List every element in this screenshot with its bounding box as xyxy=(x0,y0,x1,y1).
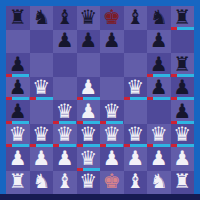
piece-white-rook: ♜ xyxy=(9,171,27,191)
piece-white-pawn: ♟ xyxy=(150,148,168,168)
square-h1[interactable]: ♜ xyxy=(171,171,195,195)
square-c6[interactable] xyxy=(53,53,77,77)
piece-black-bishop: ♝ xyxy=(56,7,74,27)
piece-black-pawn: ♟ xyxy=(150,77,168,97)
piece-white-pawn: ♟ xyxy=(32,148,50,168)
square-h2[interactable]: ♟ xyxy=(171,147,195,171)
piece-white-queen: ♛ xyxy=(56,124,74,144)
square-e1[interactable]: ♚ xyxy=(100,171,124,195)
piece-white-pawn: ♟ xyxy=(103,148,121,168)
square-c3[interactable]: ♛ xyxy=(53,124,77,148)
square-e6[interactable] xyxy=(100,53,124,77)
square-d1[interactable]: ♛ xyxy=(77,171,101,195)
square-d6[interactable] xyxy=(77,53,101,77)
square-c1[interactable]: ♝ xyxy=(53,171,77,195)
piece-white-queen: ♛ xyxy=(150,124,168,144)
piece-white-pawn: ♟ xyxy=(126,148,144,168)
square-f8[interactable]: ♝ xyxy=(124,6,148,30)
square-b7[interactable] xyxy=(30,30,54,54)
piece-black-bishop: ♝ xyxy=(126,7,144,27)
square-a3[interactable]: ♛ xyxy=(6,124,30,148)
piece-black-pawn: ♟ xyxy=(9,77,27,97)
square-b1[interactable]: ♞ xyxy=(30,171,54,195)
piece-black-pawn: ♟ xyxy=(79,30,97,50)
piece-black-rook: ♜ xyxy=(173,54,191,74)
square-b8[interactable]: ♞ xyxy=(30,6,54,30)
piece-black-pawn: ♟ xyxy=(56,30,74,50)
square-d2[interactable]: ♛ xyxy=(77,147,101,171)
square-g1[interactable]: ♞ xyxy=(147,171,171,195)
square-g6[interactable]: ♟ xyxy=(147,53,171,77)
square-a8[interactable]: ♜ xyxy=(6,6,30,30)
square-g3[interactable]: ♛ xyxy=(147,124,171,148)
piece-white-knight: ♞ xyxy=(150,171,168,191)
square-c7[interactable]: ♟ xyxy=(53,30,77,54)
piece-white-queen: ♛ xyxy=(103,124,121,144)
square-a7[interactable] xyxy=(6,30,30,54)
board-frame: ♜♞♝♛♚♝♞♜♟♟♟♟♟♟♜♟♛♟♛♟♟♟♛♟♛♟♛♛♛♛♛♛♛♛♟♟♟♛♟♟… xyxy=(0,0,200,200)
square-h4[interactable]: ♟ xyxy=(171,100,195,124)
square-f2[interactable]: ♟ xyxy=(124,147,148,171)
piece-black-rook: ♜ xyxy=(173,7,191,27)
piece-white-queen: ♛ xyxy=(56,101,74,121)
piece-black-knight: ♞ xyxy=(150,7,168,27)
piece-white-queen: ♛ xyxy=(79,148,97,168)
piece-white-bishop: ♝ xyxy=(126,171,144,191)
square-g7[interactable]: ♟ xyxy=(147,30,171,54)
square-f6[interactable] xyxy=(124,53,148,77)
square-c5[interactable] xyxy=(53,77,77,101)
piece-black-knight: ♞ xyxy=(32,7,50,27)
piece-white-pawn: ♟ xyxy=(79,101,97,121)
piece-black-rook: ♜ xyxy=(9,7,27,27)
piece-black-pawn: ♟ xyxy=(173,77,191,97)
square-a1[interactable]: ♜ xyxy=(6,171,30,195)
piece-black-pawn: ♟ xyxy=(9,101,27,121)
square-b5[interactable]: ♛ xyxy=(30,77,54,101)
square-b2[interactable]: ♟ xyxy=(30,147,54,171)
square-f5[interactable]: ♛ xyxy=(124,77,148,101)
square-e5[interactable] xyxy=(100,77,124,101)
piece-white-queen: ♛ xyxy=(32,124,50,144)
frame-bottom-edge xyxy=(0,194,200,200)
piece-black-king: ♚ xyxy=(103,7,121,27)
square-e4[interactable]: ♛ xyxy=(100,100,124,124)
square-g5[interactable]: ♟ xyxy=(147,77,171,101)
piece-black-pawn: ♟ xyxy=(150,54,168,74)
square-e8[interactable]: ♚ xyxy=(100,6,124,30)
piece-white-knight: ♞ xyxy=(32,171,50,191)
piece-white-pawn: ♟ xyxy=(173,148,191,168)
piece-black-pawn: ♟ xyxy=(150,30,168,50)
piece-white-queen: ♛ xyxy=(103,101,121,121)
piece-white-pawn: ♟ xyxy=(79,77,97,97)
piece-white-queen: ♛ xyxy=(126,124,144,144)
square-f7[interactable] xyxy=(124,30,148,54)
piece-white-king: ♚ xyxy=(103,171,121,191)
piece-white-queen: ♛ xyxy=(9,124,27,144)
square-e7[interactable]: ♟ xyxy=(100,30,124,54)
square-f4[interactable] xyxy=(124,100,148,124)
square-a2[interactable]: ♟ xyxy=(6,147,30,171)
square-c2[interactable]: ♟ xyxy=(53,147,77,171)
piece-white-rook: ♜ xyxy=(173,171,191,191)
square-f3[interactable]: ♛ xyxy=(124,124,148,148)
square-g8[interactable]: ♞ xyxy=(147,6,171,30)
square-a6[interactable]: ♟ xyxy=(6,53,30,77)
square-g2[interactable]: ♟ xyxy=(147,147,171,171)
square-d3[interactable]: ♛ xyxy=(77,124,101,148)
piece-white-queen: ♛ xyxy=(173,124,191,144)
square-a5[interactable]: ♟ xyxy=(6,77,30,101)
square-h7[interactable] xyxy=(171,30,195,54)
piece-black-pawn: ♟ xyxy=(9,54,27,74)
piece-white-queen: ♛ xyxy=(79,124,97,144)
chess-board: ♜♞♝♛♚♝♞♜♟♟♟♟♟♟♜♟♛♟♛♟♟♟♛♟♛♟♛♛♛♛♛♛♛♛♟♟♟♛♟♟… xyxy=(6,6,194,194)
piece-white-queen: ♛ xyxy=(32,77,50,97)
piece-white-bishop: ♝ xyxy=(56,171,74,191)
square-e3[interactable]: ♛ xyxy=(100,124,124,148)
piece-white-pawn: ♟ xyxy=(56,148,74,168)
square-d8[interactable]: ♛ xyxy=(77,6,101,30)
square-g4[interactable] xyxy=(147,100,171,124)
piece-white-queen: ♛ xyxy=(79,171,97,191)
square-d7[interactable]: ♟ xyxy=(77,30,101,54)
piece-black-pawn: ♟ xyxy=(103,30,121,50)
piece-black-pawn: ♟ xyxy=(173,101,191,121)
square-f1[interactable]: ♝ xyxy=(124,171,148,195)
square-h8[interactable]: ♜ xyxy=(171,6,195,30)
square-h6[interactable]: ♜ xyxy=(171,53,195,77)
square-d4[interactable]: ♟ xyxy=(77,100,101,124)
piece-white-queen: ♛ xyxy=(126,77,144,97)
piece-black-queen: ♛ xyxy=(79,7,97,27)
square-b4[interactable] xyxy=(30,100,54,124)
square-c4[interactable]: ♛ xyxy=(53,100,77,124)
square-h3[interactable]: ♛ xyxy=(171,124,195,148)
square-h5[interactable]: ♟ xyxy=(171,77,195,101)
square-a4[interactable]: ♟ xyxy=(6,100,30,124)
piece-white-pawn: ♟ xyxy=(9,148,27,168)
square-e2[interactable]: ♟ xyxy=(100,147,124,171)
square-d5[interactable]: ♟ xyxy=(77,77,101,101)
square-b3[interactable]: ♛ xyxy=(30,124,54,148)
square-b6[interactable] xyxy=(30,53,54,77)
square-c8[interactable]: ♝ xyxy=(53,6,77,30)
